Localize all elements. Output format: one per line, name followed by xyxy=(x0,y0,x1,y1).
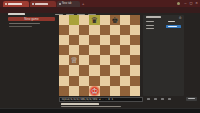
square-b2[interactable] xyxy=(69,76,79,86)
square-d3[interactable] xyxy=(89,65,99,75)
panel-header-text xyxy=(146,16,161,17)
window-maximize-button[interactable]: ▢ xyxy=(189,1,194,6)
square-a1[interactable] xyxy=(59,86,69,96)
board-control-first-icon[interactable] xyxy=(147,98,150,101)
square-h8[interactable] xyxy=(130,15,140,25)
square-b5[interactable] xyxy=(69,45,79,55)
square-a5[interactable] xyxy=(59,45,69,55)
square-g4[interactable] xyxy=(120,55,130,65)
piece-wk-d1[interactable]: ♔ xyxy=(89,86,99,96)
chess-board: ♛♚♕♔ xyxy=(59,15,140,96)
square-c6[interactable] xyxy=(79,35,89,45)
square-b1[interactable] xyxy=(69,86,79,96)
piece-bq-d8[interactable]: ♛ xyxy=(89,15,99,25)
square-c5[interactable] xyxy=(79,45,89,55)
piece-bk-f8[interactable]: ♚ xyxy=(110,15,120,25)
square-e7[interactable] xyxy=(100,25,110,35)
panel-row1-value xyxy=(168,21,175,22)
piece-wq-b4[interactable]: ♕ xyxy=(69,55,79,65)
square-d2[interactable] xyxy=(89,76,99,86)
square-c8[interactable] xyxy=(79,15,89,25)
square-e1[interactable] xyxy=(100,86,110,96)
square-e3[interactable] xyxy=(100,65,110,75)
square-h3[interactable] xyxy=(130,65,140,75)
square-d5[interactable] xyxy=(89,45,99,55)
tab3-title: New tab xyxy=(62,2,72,5)
square-c2[interactable] xyxy=(79,76,89,86)
square-e8[interactable] xyxy=(100,15,110,25)
square-g1[interactable] xyxy=(120,86,130,96)
square-a2[interactable] xyxy=(59,76,69,86)
square-h4[interactable] xyxy=(130,55,140,65)
square-e4[interactable] xyxy=(100,55,110,65)
square-a8[interactable] xyxy=(59,15,69,25)
desktop-screenshot: New tab + ─ ▢ ✕ ‹ › ⟳ New game ♛♚♕♔ xyxy=(0,0,200,113)
tab1-title-text xyxy=(8,3,22,4)
browser-tab-strip: New tab + ─ ▢ ✕ xyxy=(0,0,200,7)
square-b8[interactable] xyxy=(69,15,79,25)
square-d7[interactable] xyxy=(89,25,99,35)
window-close-button[interactable]: ✕ xyxy=(194,1,199,6)
gear-icon[interactable]: ⚙ xyxy=(179,16,182,20)
panel-action-button-text xyxy=(188,98,195,99)
console-line-1 xyxy=(61,103,99,104)
tab2-favicon xyxy=(32,3,34,5)
board-control-prev-icon[interactable] xyxy=(154,98,157,101)
panel-selected-row-text xyxy=(168,26,177,27)
app-logo-text[interactable] xyxy=(8,13,25,15)
board-control-next-icon[interactable] xyxy=(161,98,164,101)
square-e2[interactable] xyxy=(100,76,110,86)
square-c1[interactable] xyxy=(79,86,89,96)
square-g2[interactable] xyxy=(120,76,130,86)
panel-row1-label[interactable] xyxy=(146,21,154,22)
panel-row2-label[interactable] xyxy=(146,25,154,26)
tab2-title-text xyxy=(35,3,48,4)
square-f8[interactable]: ♚ xyxy=(110,15,120,25)
square-c4[interactable] xyxy=(79,55,89,65)
square-g5[interactable] xyxy=(120,45,130,55)
square-c3[interactable] xyxy=(79,65,89,75)
square-e6[interactable] xyxy=(100,35,110,45)
square-f2[interactable] xyxy=(110,76,120,86)
board-control-last-icon[interactable] xyxy=(168,98,171,101)
console-line-2 xyxy=(61,106,121,107)
square-g6[interactable] xyxy=(120,35,130,45)
square-d8[interactable]: ♛ xyxy=(89,15,99,25)
square-b7[interactable] xyxy=(69,25,79,35)
square-c7[interactable] xyxy=(79,25,89,35)
square-g8[interactable] xyxy=(120,15,130,25)
square-e5[interactable] xyxy=(100,45,110,55)
panel-selected-row[interactable] xyxy=(166,25,181,28)
square-a3[interactable] xyxy=(59,65,69,75)
square-h6[interactable] xyxy=(130,35,140,45)
square-g3[interactable] xyxy=(120,65,130,75)
square-d4[interactable] xyxy=(89,55,99,65)
square-h7[interactable] xyxy=(130,25,140,35)
panel-action-button[interactable] xyxy=(186,97,198,101)
square-b4[interactable]: ♕ xyxy=(69,55,79,65)
square-h2[interactable] xyxy=(130,76,140,86)
panel-row3-label[interactable] xyxy=(146,28,154,29)
fen-command-input[interactable]: 3q1k2/8/8/8/1Q6/8/8/3K4 w - - 0 1 xyxy=(59,97,143,102)
square-a7[interactable] xyxy=(59,25,69,35)
square-f6[interactable] xyxy=(110,35,120,45)
square-f3[interactable] xyxy=(110,65,120,75)
browser-profile-avatar[interactable] xyxy=(177,2,180,5)
square-g7[interactable] xyxy=(120,25,130,35)
square-f1[interactable] xyxy=(110,86,120,96)
square-a6[interactable] xyxy=(59,35,69,45)
square-h5[interactable] xyxy=(130,45,140,55)
square-b3[interactable] xyxy=(69,65,79,75)
square-f7[interactable] xyxy=(110,25,120,35)
tab3-favicon xyxy=(59,3,61,5)
new-game-button[interactable]: New game xyxy=(8,17,55,21)
square-h1[interactable] xyxy=(130,86,140,96)
tab1-favicon xyxy=(5,3,7,5)
square-a4[interactable] xyxy=(59,55,69,65)
square-d1[interactable]: ♔ xyxy=(89,86,99,96)
square-f4[interactable] xyxy=(110,55,120,65)
window-minimize-button[interactable]: ─ xyxy=(183,1,188,6)
square-f5[interactable] xyxy=(110,45,120,55)
windows-taskbar: ⊞ ^ xyxy=(0,108,200,113)
square-d6[interactable] xyxy=(89,35,99,45)
square-b6[interactable] xyxy=(69,35,79,45)
